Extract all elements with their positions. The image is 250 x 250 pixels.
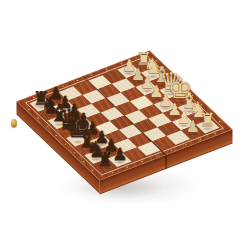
brass-pin-icon xyxy=(170,150,173,152)
brass-pin-icon xyxy=(37,117,40,119)
brass-pin-icon xyxy=(141,161,144,163)
brass-pin-icon xyxy=(185,144,188,146)
fold-seam-side xyxy=(165,155,166,169)
board-square: ♟ xyxy=(108,153,132,167)
brass-pin-icon xyxy=(155,155,158,157)
brass-pin-icon xyxy=(214,133,217,135)
brass-pin-icon xyxy=(82,161,85,163)
rook-glyph: ♜ xyxy=(192,111,224,129)
brass-pin-icon xyxy=(112,172,115,174)
brass-pin-icon xyxy=(92,169,95,171)
brass-clasp-icon xyxy=(11,119,17,127)
brass-pin-icon xyxy=(28,109,31,111)
chess-set-product-photo: ♜♟♟♜♞♟♟♞♝♟♟♝♛♟♟♛♚♟♟♚♝♟♟♝♞♟♟♞♜♟♟♜ xyxy=(0,0,250,250)
brass-pin-icon xyxy=(199,138,202,140)
pawn-glyph: ♟ xyxy=(104,146,136,163)
brass-pin-icon xyxy=(91,74,94,76)
brass-pin-icon xyxy=(126,166,129,168)
brass-pin-icon xyxy=(76,80,79,82)
brass-pin-icon xyxy=(105,69,108,71)
